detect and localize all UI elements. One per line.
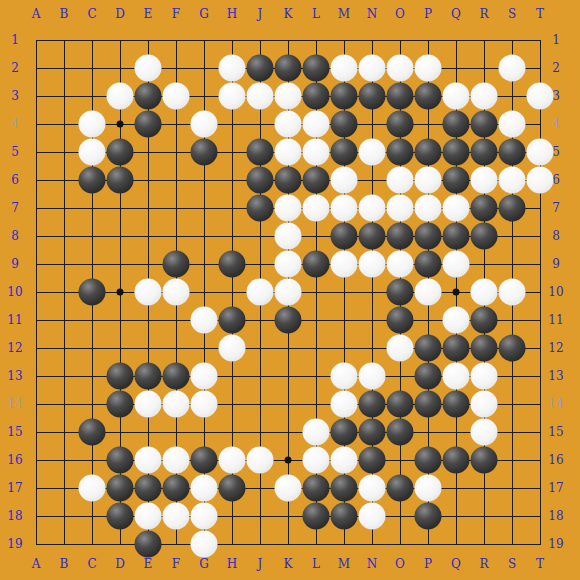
- hoshi-point: [117, 289, 124, 296]
- white-stone[interactable]: [275, 111, 302, 138]
- row-label-right: 11: [548, 314, 563, 326]
- black-stone[interactable]: [79, 419, 106, 446]
- white-stone[interactable]: [275, 223, 302, 250]
- white-stone[interactable]: [387, 195, 414, 222]
- black-stone[interactable]: [387, 83, 414, 110]
- black-stone[interactable]: [303, 167, 330, 194]
- go-board[interactable]: AABBCCDDEEFFGGHHJJKKLLMMNNOOPPQQRRSSTT11…: [0, 0, 580, 580]
- column-label-top: S: [508, 8, 516, 20]
- black-stone[interactable]: [443, 335, 470, 362]
- white-stone[interactable]: [331, 55, 358, 82]
- white-stone[interactable]: [191, 363, 218, 390]
- black-stone[interactable]: [303, 83, 330, 110]
- column-label-bottom: A: [32, 558, 41, 570]
- white-stone[interactable]: [527, 167, 554, 194]
- column-label-top: T: [536, 8, 544, 20]
- black-stone[interactable]: [219, 475, 246, 502]
- column-label-bottom: K: [284, 558, 293, 570]
- white-stone[interactable]: [191, 111, 218, 138]
- black-stone[interactable]: [387, 419, 414, 446]
- white-stone[interactable]: [331, 251, 358, 278]
- white-stone[interactable]: [527, 139, 554, 166]
- row-label-right: 19: [548, 538, 563, 550]
- black-stone[interactable]: [247, 55, 274, 82]
- row-label-right: 15: [548, 426, 563, 438]
- black-stone[interactable]: [135, 83, 162, 110]
- black-stone[interactable]: [359, 223, 386, 250]
- black-stone[interactable]: [443, 111, 470, 138]
- white-stone[interactable]: [499, 55, 526, 82]
- black-stone[interactable]: [387, 475, 414, 502]
- black-stone[interactable]: [331, 223, 358, 250]
- black-stone[interactable]: [191, 447, 218, 474]
- white-stone[interactable]: [331, 167, 358, 194]
- column-label-top: G: [199, 8, 209, 20]
- white-stone[interactable]: [247, 83, 274, 110]
- black-stone[interactable]: [303, 251, 330, 278]
- black-stone[interactable]: [443, 447, 470, 474]
- black-stone[interactable]: [135, 363, 162, 390]
- black-stone[interactable]: [499, 139, 526, 166]
- hoshi-point: [117, 121, 124, 128]
- black-stone[interactable]: [135, 475, 162, 502]
- white-stone[interactable]: [275, 83, 302, 110]
- black-stone[interactable]: [163, 475, 190, 502]
- white-stone[interactable]: [135, 391, 162, 418]
- row-label-left: 3: [11, 90, 19, 102]
- black-stone[interactable]: [415, 83, 442, 110]
- white-stone[interactable]: [359, 55, 386, 82]
- row-label-left: 14: [7, 398, 22, 410]
- white-stone[interactable]: [415, 167, 442, 194]
- row-label-right: 4: [552, 118, 560, 130]
- black-stone[interactable]: [443, 223, 470, 250]
- row-label-left: 9: [11, 258, 19, 270]
- white-stone[interactable]: [443, 195, 470, 222]
- white-stone[interactable]: [163, 447, 190, 474]
- black-stone[interactable]: [471, 111, 498, 138]
- black-stone[interactable]: [303, 475, 330, 502]
- row-label-right: 14: [548, 398, 563, 410]
- black-stone[interactable]: [331, 503, 358, 530]
- column-label-bottom: N: [367, 558, 378, 570]
- white-stone[interactable]: [303, 195, 330, 222]
- black-stone[interactable]: [499, 335, 526, 362]
- black-stone[interactable]: [443, 167, 470, 194]
- black-stone[interactable]: [471, 139, 498, 166]
- white-stone[interactable]: [191, 531, 218, 558]
- black-stone[interactable]: [471, 195, 498, 222]
- white-stone[interactable]: [163, 503, 190, 530]
- white-stone[interactable]: [387, 251, 414, 278]
- column-label-bottom: P: [424, 558, 432, 570]
- white-stone[interactable]: [443, 363, 470, 390]
- row-label-left: 12: [7, 342, 22, 354]
- black-stone[interactable]: [163, 363, 190, 390]
- column-label-top: A: [32, 8, 41, 20]
- column-label-top: D: [115, 8, 125, 20]
- black-stone[interactable]: [107, 167, 134, 194]
- row-label-right: 8: [552, 230, 560, 242]
- column-label-bottom: J: [258, 558, 263, 570]
- column-label-top: M: [338, 8, 350, 20]
- black-stone[interactable]: [275, 307, 302, 334]
- row-label-left: 17: [7, 482, 22, 494]
- row-label-right: 17: [548, 482, 563, 494]
- row-label-left: 8: [11, 230, 19, 242]
- black-stone[interactable]: [135, 531, 162, 558]
- white-stone[interactable]: [275, 279, 302, 306]
- black-stone[interactable]: [471, 223, 498, 250]
- column-label-top: R: [479, 8, 488, 20]
- row-label-left: 5: [11, 146, 19, 158]
- white-stone[interactable]: [331, 195, 358, 222]
- white-stone[interactable]: [359, 475, 386, 502]
- white-stone[interactable]: [471, 279, 498, 306]
- white-stone[interactable]: [163, 391, 190, 418]
- column-label-top: K: [284, 8, 293, 20]
- row-label-left: 15: [7, 426, 22, 438]
- white-stone[interactable]: [443, 83, 470, 110]
- white-stone[interactable]: [471, 83, 498, 110]
- black-stone[interactable]: [107, 447, 134, 474]
- white-stone[interactable]: [415, 475, 442, 502]
- white-stone[interactable]: [471, 167, 498, 194]
- row-label-left: 6: [11, 174, 19, 186]
- black-stone[interactable]: [331, 475, 358, 502]
- black-stone[interactable]: [331, 419, 358, 446]
- row-label-right: 7: [552, 202, 560, 214]
- black-stone[interactable]: [415, 503, 442, 530]
- column-label-bottom: D: [115, 558, 125, 570]
- black-stone[interactable]: [359, 419, 386, 446]
- column-label-bottom: T: [536, 558, 544, 570]
- black-stone[interactable]: [107, 503, 134, 530]
- column-label-top: O: [395, 8, 405, 20]
- white-stone[interactable]: [275, 139, 302, 166]
- row-label-right: 13: [548, 370, 563, 382]
- white-stone[interactable]: [331, 363, 358, 390]
- white-stone[interactable]: [191, 307, 218, 334]
- black-stone[interactable]: [275, 55, 302, 82]
- white-stone[interactable]: [191, 503, 218, 530]
- black-stone[interactable]: [443, 391, 470, 418]
- white-stone[interactable]: [415, 55, 442, 82]
- white-stone[interactable]: [387, 55, 414, 82]
- black-stone[interactable]: [247, 139, 274, 166]
- white-stone[interactable]: [443, 251, 470, 278]
- white-stone[interactable]: [303, 419, 330, 446]
- white-stone[interactable]: [359, 363, 386, 390]
- white-stone[interactable]: [79, 111, 106, 138]
- white-stone[interactable]: [499, 279, 526, 306]
- white-stone[interactable]: [107, 83, 134, 110]
- white-stone[interactable]: [359, 503, 386, 530]
- black-stone[interactable]: [79, 279, 106, 306]
- black-stone[interactable]: [387, 223, 414, 250]
- white-stone[interactable]: [415, 279, 442, 306]
- row-label-left: 13: [7, 370, 22, 382]
- white-stone[interactable]: [79, 139, 106, 166]
- column-label-top: F: [172, 8, 180, 20]
- white-stone[interactable]: [387, 167, 414, 194]
- white-stone[interactable]: [163, 83, 190, 110]
- white-stone[interactable]: [247, 447, 274, 474]
- white-stone[interactable]: [471, 363, 498, 390]
- white-stone[interactable]: [303, 447, 330, 474]
- white-stone[interactable]: [219, 447, 246, 474]
- column-label-bottom: H: [227, 558, 237, 570]
- white-stone[interactable]: [191, 475, 218, 502]
- white-stone[interactable]: [219, 335, 246, 362]
- row-label-left: 1: [11, 34, 19, 46]
- hoshi-point: [453, 289, 460, 296]
- white-stone[interactable]: [415, 195, 442, 222]
- column-label-bottom: Q: [451, 558, 461, 570]
- white-stone[interactable]: [443, 307, 470, 334]
- black-stone[interactable]: [415, 223, 442, 250]
- black-stone[interactable]: [499, 195, 526, 222]
- black-stone[interactable]: [331, 111, 358, 138]
- row-label-left: 2: [11, 62, 19, 74]
- white-stone[interactable]: [275, 195, 302, 222]
- white-stone[interactable]: [219, 83, 246, 110]
- black-stone[interactable]: [387, 391, 414, 418]
- white-stone[interactable]: [359, 251, 386, 278]
- black-stone[interactable]: [191, 139, 218, 166]
- white-stone[interactable]: [471, 419, 498, 446]
- black-stone[interactable]: [359, 391, 386, 418]
- black-stone[interactable]: [387, 307, 414, 334]
- row-label-right: 2: [552, 62, 560, 74]
- column-label-bottom: E: [144, 558, 153, 570]
- column-label-bottom: M: [338, 558, 350, 570]
- black-stone[interactable]: [163, 251, 190, 278]
- column-label-bottom: S: [508, 558, 516, 570]
- column-label-top: H: [227, 8, 237, 20]
- white-stone[interactable]: [359, 195, 386, 222]
- white-stone[interactable]: [471, 391, 498, 418]
- white-stone[interactable]: [135, 503, 162, 530]
- white-stone[interactable]: [135, 279, 162, 306]
- column-label-top: P: [424, 8, 432, 20]
- black-stone[interactable]: [275, 167, 302, 194]
- black-stone[interactable]: [471, 447, 498, 474]
- column-label-top: C: [87, 8, 96, 20]
- row-label-left: 4: [11, 118, 19, 130]
- row-label-left: 16: [7, 454, 22, 466]
- white-stone[interactable]: [79, 475, 106, 502]
- row-label-left: 11: [7, 314, 22, 326]
- column-label-top: B: [60, 8, 69, 20]
- white-stone[interactable]: [499, 111, 526, 138]
- black-stone[interactable]: [107, 391, 134, 418]
- column-label-top: Q: [451, 8, 461, 20]
- white-stone[interactable]: [163, 279, 190, 306]
- row-label-right: 10: [548, 286, 563, 298]
- row-label-left: 18: [7, 510, 22, 522]
- white-stone[interactable]: [247, 279, 274, 306]
- black-stone[interactable]: [331, 139, 358, 166]
- white-stone[interactable]: [303, 139, 330, 166]
- row-label-right: 16: [548, 454, 563, 466]
- black-stone[interactable]: [107, 363, 134, 390]
- white-stone[interactable]: [499, 167, 526, 194]
- column-label-bottom: R: [479, 558, 488, 570]
- black-stone[interactable]: [415, 363, 442, 390]
- black-stone[interactable]: [79, 167, 106, 194]
- black-stone[interactable]: [387, 111, 414, 138]
- row-label-left: 7: [11, 202, 19, 214]
- column-label-top: J: [258, 8, 263, 20]
- black-stone[interactable]: [303, 55, 330, 82]
- black-stone[interactable]: [107, 475, 134, 502]
- row-label-left: 10: [7, 286, 22, 298]
- white-stone[interactable]: [191, 391, 218, 418]
- grid-line-horizontal: [36, 544, 541, 545]
- column-label-bottom: B: [60, 558, 69, 570]
- column-label-bottom: C: [87, 558, 96, 570]
- black-stone[interactable]: [415, 139, 442, 166]
- black-stone[interactable]: [303, 503, 330, 530]
- black-stone[interactable]: [387, 139, 414, 166]
- white-stone[interactable]: [359, 139, 386, 166]
- black-stone[interactable]: [359, 83, 386, 110]
- column-label-bottom: F: [172, 558, 180, 570]
- row-label-right: 1: [552, 34, 560, 46]
- black-stone[interactable]: [415, 391, 442, 418]
- black-stone[interactable]: [107, 139, 134, 166]
- row-label-left: 19: [7, 538, 22, 550]
- white-stone[interactable]: [135, 447, 162, 474]
- black-stone[interactable]: [331, 83, 358, 110]
- hoshi-point: [285, 457, 292, 464]
- black-stone[interactable]: [219, 251, 246, 278]
- white-stone[interactable]: [331, 391, 358, 418]
- white-stone[interactable]: [275, 251, 302, 278]
- column-label-bottom: L: [312, 558, 320, 570]
- white-stone[interactable]: [275, 475, 302, 502]
- black-stone[interactable]: [219, 307, 246, 334]
- row-label-right: 18: [548, 510, 563, 522]
- white-stone[interactable]: [135, 55, 162, 82]
- white-stone[interactable]: [527, 83, 554, 110]
- column-label-top: N: [367, 8, 378, 20]
- white-stone[interactable]: [387, 335, 414, 362]
- black-stone[interactable]: [443, 139, 470, 166]
- grid-line-vertical: [540, 40, 541, 545]
- white-stone[interactable]: [331, 447, 358, 474]
- black-stone[interactable]: [471, 307, 498, 334]
- grid-line-horizontal: [36, 432, 541, 433]
- black-stone[interactable]: [415, 447, 442, 474]
- column-label-bottom: G: [199, 558, 209, 570]
- black-stone[interactable]: [359, 447, 386, 474]
- black-stone[interactable]: [471, 335, 498, 362]
- white-stone[interactable]: [219, 55, 246, 82]
- column-label-top: L: [312, 8, 320, 20]
- black-stone[interactable]: [247, 195, 274, 222]
- black-stone[interactable]: [415, 335, 442, 362]
- black-stone[interactable]: [135, 111, 162, 138]
- row-label-right: 12: [548, 342, 563, 354]
- black-stone[interactable]: [387, 279, 414, 306]
- black-stone[interactable]: [415, 251, 442, 278]
- row-label-right: 9: [552, 258, 560, 270]
- white-stone[interactable]: [303, 111, 330, 138]
- black-stone[interactable]: [247, 167, 274, 194]
- column-label-bottom: O: [395, 558, 405, 570]
- column-label-top: E: [144, 8, 153, 20]
